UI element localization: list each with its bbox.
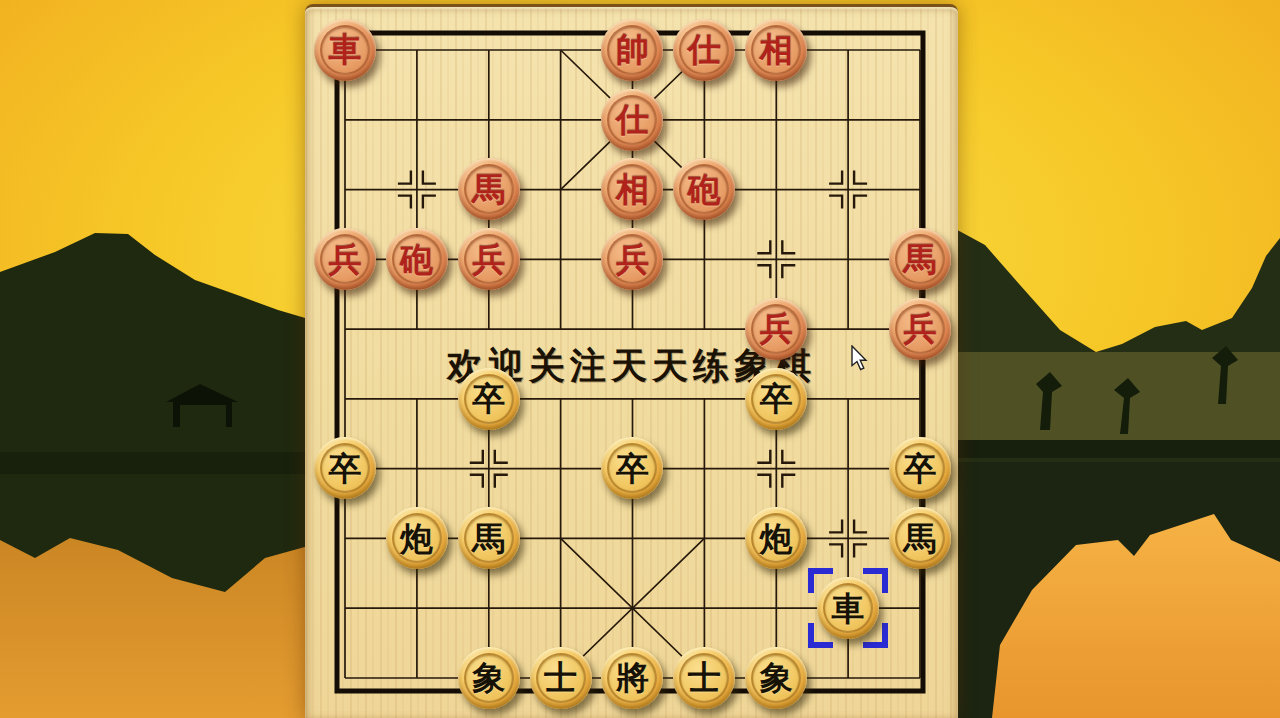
piece-red-advisor[interactable]: 仕 (601, 89, 663, 151)
piece-red-soldier[interactable]: 兵 (314, 228, 376, 290)
piece-glyph: 卒 (616, 452, 649, 485)
piece-black-chariot[interactable]: 車 (817, 577, 879, 639)
board-point-f7r7: 炮 (740, 503, 812, 573)
board-point-f5r2: 相 (597, 155, 669, 225)
piece-black-soldier[interactable]: 卒 (745, 368, 807, 430)
piece-black-soldier[interactable]: 卒 (314, 437, 376, 499)
piece-glyph: 砲 (400, 243, 433, 276)
piece-red-horse[interactable]: 馬 (458, 158, 520, 220)
board-point-f3r7: 馬 (453, 503, 525, 573)
board-point-f1r6: 卒 (309, 434, 381, 504)
piece-glyph: 馬 (903, 522, 936, 555)
piece-glyph: 卒 (328, 452, 361, 485)
mouse-cursor-icon (851, 345, 873, 373)
right-shore (950, 440, 1280, 458)
piece-red-cannon[interactable]: 砲 (386, 228, 448, 290)
left-shore-reeds (0, 452, 312, 474)
piece-glyph: 仕 (616, 103, 649, 136)
piece-glyph: 兵 (760, 312, 793, 345)
piece-black-soldier[interactable]: 卒 (889, 437, 951, 499)
piece-black-general[interactable]: 將 (601, 647, 663, 709)
board-point-f5r0: 帥 (597, 15, 669, 85)
piece-red-chariot[interactable]: 車 (314, 19, 376, 81)
piece-red-horse[interactable]: 馬 (889, 228, 951, 290)
piece-glyph: 車 (328, 33, 361, 66)
board-point-f1r3: 兵 (309, 224, 381, 294)
piece-glyph: 士 (688, 661, 721, 694)
piece-glyph: 卒 (472, 382, 505, 415)
piece-glyph: 士 (544, 661, 577, 694)
piece-glyph: 象 (760, 661, 793, 694)
piece-glyph: 兵 (472, 243, 505, 276)
board-point-f9r6: 卒 (884, 434, 956, 504)
piece-black-cannon[interactable]: 炮 (386, 507, 448, 569)
board-point-f4r9: 士 (525, 643, 597, 713)
piece-glyph: 砲 (688, 173, 721, 206)
board-point-f9r7: 馬 (884, 503, 956, 573)
board-point-f3r9: 象 (453, 643, 525, 713)
board-point-f8r8: 車 (812, 573, 884, 643)
board-point-f7r0: 相 (740, 15, 812, 85)
piece-black-elephant[interactable]: 象 (745, 647, 807, 709)
piece-black-elephant[interactable]: 象 (458, 647, 520, 709)
piece-glyph: 炮 (760, 522, 793, 555)
piece-glyph: 炮 (400, 522, 433, 555)
piece-red-general[interactable]: 帥 (601, 19, 663, 81)
board-point-f9r3: 馬 (884, 224, 956, 294)
piece-glyph: 卒 (903, 452, 936, 485)
piece-red-elephant[interactable]: 相 (745, 19, 807, 81)
piece-glyph: 馬 (472, 173, 505, 206)
board-point-f7r4: 兵 (740, 294, 812, 364)
piece-glyph: 象 (472, 661, 505, 694)
board-point-f3r2: 馬 (453, 155, 525, 225)
piece-red-soldier[interactable]: 兵 (458, 228, 520, 290)
piece-red-elephant[interactable]: 相 (601, 158, 663, 220)
piece-black-advisor[interactable]: 士 (673, 647, 735, 709)
piece-red-soldier[interactable]: 兵 (889, 298, 951, 360)
piece-black-soldier[interactable]: 卒 (601, 437, 663, 499)
right-mist (950, 352, 1280, 440)
board-point-f2r3: 砲 (381, 224, 453, 294)
board-point-f7r9: 象 (740, 643, 812, 713)
piece-red-advisor[interactable]: 仕 (673, 19, 735, 81)
piece-glyph: 馬 (903, 243, 936, 276)
piece-black-advisor[interactable]: 士 (530, 647, 592, 709)
piece-black-horse[interactable]: 馬 (458, 507, 520, 569)
piece-glyph: 相 (616, 173, 649, 206)
piece-glyph: 帥 (616, 33, 649, 66)
piece-black-soldier[interactable]: 卒 (458, 368, 520, 430)
piece-glyph: 相 (760, 33, 793, 66)
board-point-f5r1: 仕 (597, 85, 669, 155)
board-point-f5r9: 將 (597, 643, 669, 713)
piece-glyph: 車 (832, 592, 865, 625)
piece-glyph: 兵 (328, 243, 361, 276)
board-point-f9r4: 兵 (884, 294, 956, 364)
board-point-f6r9: 士 (668, 643, 740, 713)
piece-glyph: 馬 (472, 522, 505, 555)
board-point-f6r0: 仕 (668, 15, 740, 85)
board-point-f3r5: 卒 (453, 364, 525, 434)
piece-glyph: 兵 (903, 312, 936, 345)
piece-glyph: 卒 (760, 382, 793, 415)
piece-glyph: 兵 (616, 243, 649, 276)
board-point-f7r5: 卒 (740, 364, 812, 434)
piece-glyph: 將 (616, 661, 649, 694)
piece-red-cannon[interactable]: 砲 (673, 158, 735, 220)
piece-black-horse[interactable]: 馬 (889, 507, 951, 569)
piece-glyph: 仕 (688, 33, 721, 66)
piece-black-cannon[interactable]: 炮 (745, 507, 807, 569)
piece-red-soldier[interactable]: 兵 (601, 228, 663, 290)
board-point-f1r0: 車 (309, 15, 381, 85)
board-point-f2r7: 炮 (381, 503, 453, 573)
piece-red-soldier[interactable]: 兵 (745, 298, 807, 360)
board-point-f3r3: 兵 (453, 224, 525, 294)
board-point-f6r2: 砲 (668, 155, 740, 225)
board-point-f5r6: 卒 (597, 434, 669, 504)
board-point-f5r3: 兵 (597, 224, 669, 294)
